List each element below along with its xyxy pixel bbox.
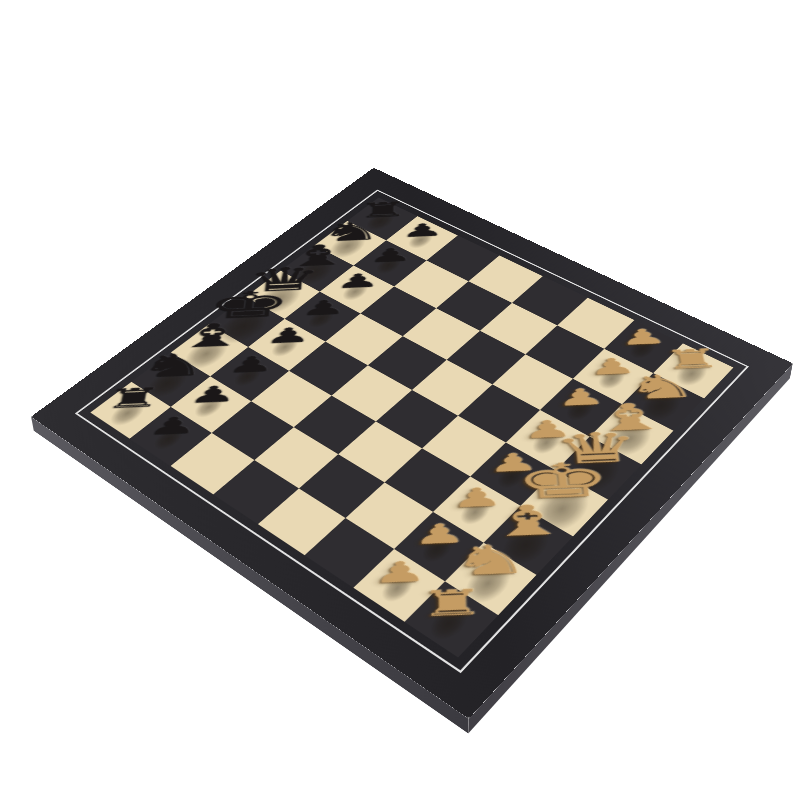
black-pawn-d7[interactable]: ♟	[300, 297, 347, 319]
black-pawn-a7[interactable]: ♟	[400, 221, 443, 240]
black-knight-g8[interactable]: ♞	[136, 349, 209, 382]
chess-board: ♜♞♝♛♚♝♞♜♟♟♟♟♟♟♟♟♟♟♟♟♟♟♟♟♜♞♝♛♚♝♞♜	[31, 168, 793, 719]
black-pawn-b7[interactable]: ♟	[368, 245, 412, 265]
chess-set-photo: ♜♞♝♛♚♝♞♜♟♟♟♟♟♟♟♟♟♟♟♟♟♟♟♟♜♞♝♛♚♝♞♜	[0, 0, 800, 800]
black-pawn-c7[interactable]: ♟	[335, 271, 380, 292]
black-pawn-f7[interactable]: ♟	[226, 353, 275, 376]
black-pawn-e7[interactable]: ♟	[263, 324, 311, 346]
